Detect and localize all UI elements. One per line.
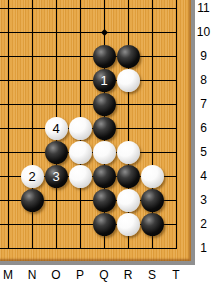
intersection-Q11[interactable] <box>92 0 116 20</box>
intersection-O8[interactable] <box>44 68 68 92</box>
stone-black-R4 <box>117 165 140 188</box>
intersection-P9[interactable] <box>68 44 92 68</box>
intersection-T8[interactable] <box>164 68 188 92</box>
intersection-Q5[interactable] <box>92 140 116 164</box>
intersection-Q6[interactable] <box>92 116 116 140</box>
intersection-N3[interactable] <box>20 188 44 212</box>
intersection-S7[interactable] <box>140 92 164 116</box>
intersection-S5[interactable] <box>140 140 164 164</box>
intersection-T3[interactable] <box>164 188 188 212</box>
intersection-P4[interactable] <box>68 164 92 188</box>
intersection-P3[interactable] <box>68 188 92 212</box>
intersection-N7[interactable] <box>20 92 44 116</box>
row-label-8: 8 <box>195 72 212 88</box>
intersection-N5[interactable] <box>20 140 44 164</box>
stone-white-O6-move-4: 4 <box>45 117 68 140</box>
intersection-S1[interactable] <box>140 236 164 260</box>
intersection-T6[interactable] <box>164 116 188 140</box>
intersection-O5[interactable] <box>44 140 68 164</box>
intersection-Q8[interactable]: 1 <box>92 68 116 92</box>
stone-black-R9 <box>117 45 140 68</box>
stone-black-Q8-move-1: 1 <box>93 69 116 92</box>
col-label-S: S <box>140 268 164 282</box>
intersection-P7[interactable] <box>68 92 92 116</box>
col-label-R: R <box>116 268 140 282</box>
intersection-N9[interactable] <box>20 44 44 68</box>
intersection-O1[interactable] <box>44 236 68 260</box>
intersection-P8[interactable] <box>68 68 92 92</box>
intersection-N10[interactable] <box>20 20 44 44</box>
intersection-M3[interactable] <box>0 188 20 212</box>
stone-black-N3 <box>21 189 44 212</box>
intersection-O9[interactable] <box>44 44 68 68</box>
row-label-10: 10 <box>195 24 212 40</box>
intersection-T10[interactable] <box>164 20 188 44</box>
intersection-R5[interactable] <box>116 140 140 164</box>
intersection-M8[interactable] <box>0 68 20 92</box>
intersection-T5[interactable] <box>164 140 188 164</box>
col-label-N: N <box>20 268 44 282</box>
intersection-M4[interactable] <box>0 164 20 188</box>
intersection-P5[interactable] <box>68 140 92 164</box>
intersection-Q4[interactable] <box>92 164 116 188</box>
intersection-T4[interactable] <box>164 164 188 188</box>
row-label-4: 4 <box>195 168 212 184</box>
intersection-S9[interactable] <box>140 44 164 68</box>
intersection-S6[interactable] <box>140 116 164 140</box>
intersection-T2[interactable] <box>164 212 188 236</box>
stone-white-R3 <box>117 189 140 212</box>
stone-black-Q3 <box>93 189 116 212</box>
intersection-R4[interactable] <box>116 164 140 188</box>
intersection-N1[interactable] <box>20 236 44 260</box>
intersection-P6[interactable] <box>68 116 92 140</box>
row-label-11: 11 <box>195 0 212 16</box>
go-diagram: 1423 1110987654321 MNOPQRST <box>0 0 212 284</box>
intersection-Q2[interactable] <box>92 212 116 236</box>
stone-white-N4-move-2: 2 <box>21 165 44 188</box>
intersection-O6[interactable]: 4 <box>44 116 68 140</box>
row-label-9: 9 <box>195 48 212 64</box>
intersection-O11[interactable] <box>44 0 68 20</box>
intersection-P11[interactable] <box>68 0 92 20</box>
intersection-T9[interactable] <box>164 44 188 68</box>
intersection-N6[interactable] <box>20 116 44 140</box>
stone-white-R2 <box>117 213 140 236</box>
intersection-M2[interactable] <box>0 212 20 236</box>
row-label-3: 3 <box>195 192 212 208</box>
stone-black-Q6 <box>93 117 116 140</box>
intersection-M11[interactable] <box>0 0 20 20</box>
intersection-T1[interactable] <box>164 236 188 260</box>
intersection-R6[interactable] <box>116 116 140 140</box>
intersection-N4[interactable]: 2 <box>20 164 44 188</box>
intersection-S11[interactable] <box>140 0 164 20</box>
intersection-Q3[interactable] <box>92 188 116 212</box>
intersection-S3[interactable] <box>140 188 164 212</box>
intersection-R3[interactable] <box>116 188 140 212</box>
intersection-P10[interactable] <box>68 20 92 44</box>
intersection-M5[interactable] <box>0 140 20 164</box>
intersection-M1[interactable] <box>0 236 20 260</box>
intersection-P1[interactable] <box>68 236 92 260</box>
col-label-P: P <box>68 268 92 282</box>
row-label-5: 5 <box>195 144 212 160</box>
intersection-N2[interactable] <box>20 212 44 236</box>
intersection-S2[interactable] <box>140 212 164 236</box>
intersection-T7[interactable] <box>164 92 188 116</box>
stone-black-O4-move-3: 3 <box>45 165 68 188</box>
stone-black-S2 <box>141 213 164 236</box>
intersection-R11[interactable] <box>116 0 140 20</box>
intersection-R9[interactable] <box>116 44 140 68</box>
star-point-Q10 <box>100 28 107 35</box>
col-label-M: M <box>0 268 20 282</box>
intersection-O7[interactable] <box>44 92 68 116</box>
intersection-M9[interactable] <box>0 44 20 68</box>
stone-black-Q2 <box>93 213 116 236</box>
go-grid: 1423 <box>0 0 188 260</box>
intersection-M10[interactable] <box>0 20 20 44</box>
intersection-M6[interactable] <box>0 116 20 140</box>
intersection-Q1[interactable] <box>92 236 116 260</box>
intersection-N11[interactable] <box>20 0 44 20</box>
col-label-Q: Q <box>92 268 116 282</box>
col-label-T: T <box>164 268 188 282</box>
intersection-S4[interactable] <box>140 164 164 188</box>
intersection-R7[interactable] <box>116 92 140 116</box>
intersection-Q9[interactable] <box>92 44 116 68</box>
intersection-P2[interactable] <box>68 212 92 236</box>
intersection-R8[interactable] <box>116 68 140 92</box>
row-label-2: 2 <box>195 216 212 232</box>
intersection-R10[interactable] <box>116 20 140 44</box>
stone-white-P6 <box>69 117 92 140</box>
stone-white-R5 <box>117 141 140 164</box>
intersection-S8[interactable] <box>140 68 164 92</box>
stone-black-Q9 <box>93 45 116 68</box>
intersection-R2[interactable] <box>116 212 140 236</box>
row-label-6: 6 <box>195 120 212 136</box>
row-label-1: 1 <box>195 240 212 256</box>
col-label-O: O <box>44 268 68 282</box>
intersection-O3[interactable] <box>44 188 68 212</box>
stone-black-S3 <box>141 189 164 212</box>
intersection-T11[interactable] <box>164 0 188 20</box>
intersection-S10[interactable] <box>140 20 164 44</box>
intersection-R1[interactable] <box>116 236 140 260</box>
intersection-O10[interactable] <box>44 20 68 44</box>
stone-white-Q5 <box>93 141 116 164</box>
intersection-O2[interactable] <box>44 212 68 236</box>
row-label-7: 7 <box>195 96 212 112</box>
stone-white-R8 <box>117 69 140 92</box>
intersection-M7[interactable] <box>0 92 20 116</box>
stone-black-Q7 <box>93 93 116 116</box>
intersection-O4[interactable]: 3 <box>44 164 68 188</box>
intersection-N8[interactable] <box>20 68 44 92</box>
stone-white-P5 <box>69 141 92 164</box>
intersection-Q7[interactable] <box>92 92 116 116</box>
stone-black-O5 <box>45 141 68 164</box>
stone-white-P4 <box>69 165 92 188</box>
intersection-Q10[interactable] <box>92 20 116 44</box>
stone-white-S4 <box>141 165 164 188</box>
stone-black-Q4 <box>93 165 116 188</box>
